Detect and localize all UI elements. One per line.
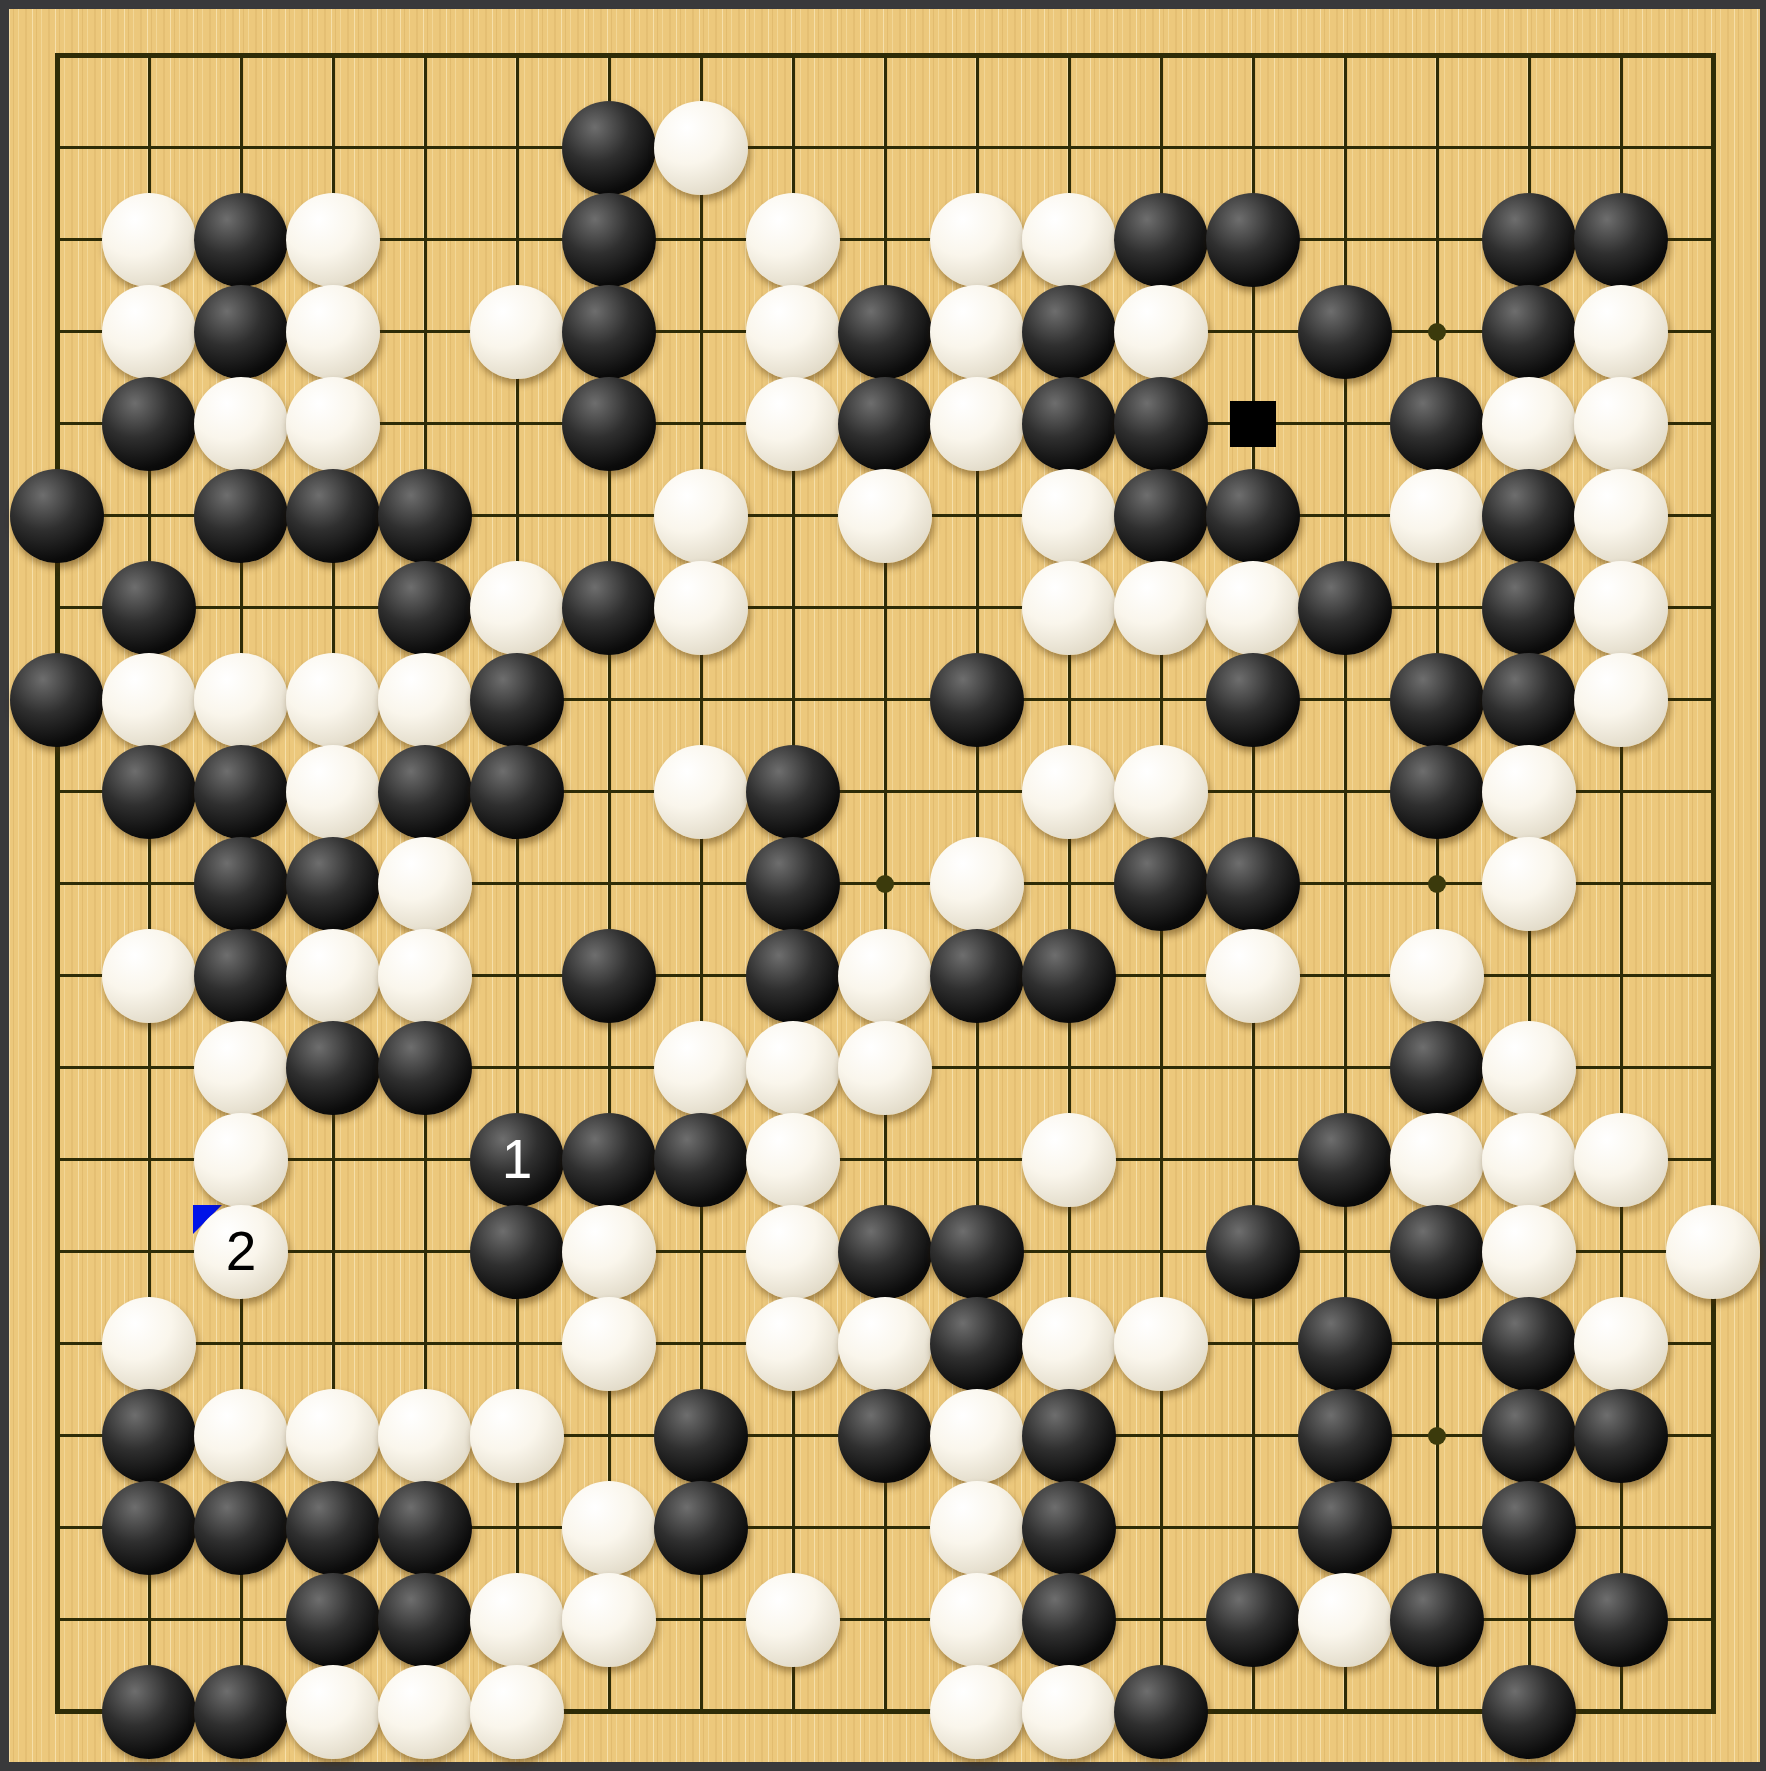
black-stone[interactable] (1298, 1113, 1392, 1207)
black-stone[interactable] (286, 1481, 380, 1575)
black-stone[interactable] (194, 929, 288, 1023)
white-stone[interactable] (562, 1297, 656, 1391)
black-stone[interactable] (1114, 377, 1208, 471)
white-stone[interactable] (286, 745, 380, 839)
stone-move-number: 2 (226, 1224, 257, 1279)
white-stone[interactable] (654, 745, 748, 839)
black-stone[interactable] (930, 653, 1024, 747)
black-stone[interactable] (1206, 837, 1300, 931)
white-stone[interactable] (286, 1665, 380, 1759)
white-stone[interactable] (654, 101, 748, 195)
white-stone[interactable] (194, 377, 288, 471)
white-stone[interactable] (470, 1665, 564, 1759)
white-stone[interactable] (1574, 377, 1668, 471)
black-stone[interactable] (470, 745, 564, 839)
black-stone[interactable] (1482, 193, 1576, 287)
black-stone[interactable] (1482, 285, 1576, 379)
white-stone[interactable] (746, 377, 840, 471)
black-stone[interactable] (194, 469, 288, 563)
white-stone[interactable] (1022, 1113, 1116, 1207)
black-stone[interactable] (930, 929, 1024, 1023)
white-stone[interactable] (1022, 469, 1116, 563)
white-stone[interactable] (746, 1297, 840, 1391)
black-stone[interactable] (654, 1481, 748, 1575)
black-stone[interactable] (746, 929, 840, 1023)
black-stone[interactable] (1574, 1573, 1668, 1667)
white-stone[interactable] (654, 1021, 748, 1115)
black-stone[interactable] (1022, 1389, 1116, 1483)
black-stone[interactable]: 1 (470, 1113, 564, 1207)
white-stone[interactable] (1482, 745, 1576, 839)
star-point (1428, 323, 1446, 341)
black-stone[interactable] (746, 745, 840, 839)
black-stone[interactable] (1390, 1205, 1484, 1299)
black-stone[interactable] (930, 1205, 1024, 1299)
black-stone[interactable] (470, 1205, 564, 1299)
white-stone[interactable] (1482, 837, 1576, 931)
black-stone[interactable] (10, 653, 104, 747)
white-stone[interactable] (930, 1573, 1024, 1667)
white-stone[interactable] (562, 1205, 656, 1299)
black-stone[interactable] (378, 1573, 472, 1667)
white-stone[interactable] (1574, 285, 1668, 379)
black-stone[interactable] (286, 837, 380, 931)
white-stone[interactable] (286, 285, 380, 379)
square-point-marker (1230, 401, 1276, 447)
black-stone[interactable] (102, 745, 196, 839)
white-stone[interactable] (1206, 561, 1300, 655)
white-stone[interactable] (378, 1389, 472, 1483)
black-stone[interactable] (1390, 653, 1484, 747)
white-stone[interactable] (746, 193, 840, 287)
black-stone[interactable] (1574, 1389, 1668, 1483)
black-stone[interactable] (1298, 285, 1392, 379)
white-stone[interactable] (1390, 469, 1484, 563)
black-stone[interactable] (562, 101, 656, 195)
black-stone[interactable] (286, 469, 380, 563)
black-stone[interactable] (1390, 377, 1484, 471)
black-stone[interactable] (194, 285, 288, 379)
black-stone[interactable] (286, 1021, 380, 1115)
white-stone[interactable] (838, 1297, 932, 1391)
black-stone[interactable] (102, 1665, 196, 1759)
white-stone[interactable] (1114, 1297, 1208, 1391)
black-stone[interactable] (1298, 1297, 1392, 1391)
black-stone[interactable] (562, 193, 656, 287)
white-stone[interactable] (286, 1389, 380, 1483)
black-stone[interactable] (1390, 1573, 1484, 1667)
white-stone[interactable] (1574, 561, 1668, 655)
white-stone[interactable] (1574, 469, 1668, 563)
white-stone[interactable] (1114, 745, 1208, 839)
white-stone[interactable] (286, 653, 380, 747)
white-stone[interactable] (1022, 745, 1116, 839)
white-stone[interactable]: 2 (194, 1205, 288, 1299)
white-stone[interactable] (1574, 653, 1668, 747)
white-stone[interactable] (1482, 1113, 1576, 1207)
black-stone[interactable] (194, 745, 288, 839)
white-stone[interactable] (102, 193, 196, 287)
white-stone[interactable] (194, 1389, 288, 1483)
white-stone[interactable] (286, 929, 380, 1023)
black-stone[interactable] (1482, 1665, 1576, 1759)
white-stone[interactable] (838, 1021, 932, 1115)
white-stone[interactable] (470, 1573, 564, 1667)
black-stone[interactable] (194, 1665, 288, 1759)
white-stone[interactable] (930, 193, 1024, 287)
white-stone[interactable] (562, 1481, 656, 1575)
white-stone[interactable] (102, 653, 196, 747)
white-stone[interactable] (102, 285, 196, 379)
white-stone[interactable] (654, 561, 748, 655)
white-stone[interactable] (838, 469, 932, 563)
black-stone[interactable] (1482, 1389, 1576, 1483)
white-stone[interactable] (930, 1481, 1024, 1575)
white-stone[interactable] (378, 1665, 472, 1759)
black-stone[interactable] (102, 1389, 196, 1483)
white-stone[interactable] (838, 929, 932, 1023)
black-stone[interactable] (1206, 653, 1300, 747)
black-stone[interactable] (562, 1113, 656, 1207)
stone-move-number: 1 (502, 1132, 533, 1187)
black-stone[interactable] (1022, 1481, 1116, 1575)
black-stone[interactable] (838, 285, 932, 379)
white-stone[interactable] (378, 837, 472, 931)
white-stone[interactable] (1298, 1573, 1392, 1667)
black-stone[interactable] (654, 1113, 748, 1207)
white-stone[interactable] (1574, 1297, 1668, 1391)
black-stone[interactable] (1206, 469, 1300, 563)
black-stone[interactable] (562, 377, 656, 471)
white-stone[interactable] (1390, 1113, 1484, 1207)
black-stone[interactable] (654, 1389, 748, 1483)
white-stone[interactable] (930, 837, 1024, 931)
white-stone[interactable] (194, 653, 288, 747)
white-stone[interactable] (194, 1113, 288, 1207)
white-stone[interactable] (470, 285, 564, 379)
black-stone[interactable] (1482, 469, 1576, 563)
black-stone[interactable] (1022, 1573, 1116, 1667)
white-stone[interactable] (746, 1021, 840, 1115)
white-stone[interactable] (1482, 377, 1576, 471)
black-stone[interactable] (930, 1297, 1024, 1391)
white-stone[interactable] (746, 1573, 840, 1667)
black-stone[interactable] (838, 1389, 932, 1483)
white-stone[interactable] (1666, 1205, 1760, 1299)
black-stone[interactable] (470, 653, 564, 747)
black-stone[interactable] (1114, 837, 1208, 931)
black-stone[interactable] (1390, 745, 1484, 839)
black-stone[interactable] (1114, 469, 1208, 563)
black-stone[interactable] (102, 561, 196, 655)
white-stone[interactable] (1022, 1297, 1116, 1391)
white-stone[interactable] (746, 1113, 840, 1207)
black-stone[interactable] (1298, 561, 1392, 655)
black-stone[interactable] (838, 377, 932, 471)
white-stone[interactable] (1022, 561, 1116, 655)
black-stone[interactable] (1114, 193, 1208, 287)
black-stone[interactable] (378, 469, 472, 563)
black-stone[interactable] (1206, 1205, 1300, 1299)
black-stone[interactable] (378, 1021, 472, 1115)
white-stone[interactable] (654, 469, 748, 563)
black-stone[interactable] (562, 561, 656, 655)
black-stone[interactable] (1482, 561, 1576, 655)
black-stone[interactable] (1390, 1021, 1484, 1115)
black-stone[interactable] (1482, 1297, 1576, 1391)
black-stone[interactable] (1482, 1481, 1576, 1575)
white-stone[interactable] (930, 1389, 1024, 1483)
white-stone[interactable] (1482, 1021, 1576, 1115)
white-stone[interactable] (470, 561, 564, 655)
black-stone[interactable] (1206, 1573, 1300, 1667)
white-stone[interactable] (1022, 1665, 1116, 1759)
white-stone[interactable] (1390, 929, 1484, 1023)
black-stone[interactable] (286, 1573, 380, 1667)
white-stone[interactable] (562, 1573, 656, 1667)
black-stone[interactable] (378, 561, 472, 655)
black-stone[interactable] (562, 929, 656, 1023)
black-stone[interactable] (1298, 1389, 1392, 1483)
white-stone[interactable] (470, 1389, 564, 1483)
black-stone[interactable] (1298, 1481, 1392, 1575)
white-stone[interactable] (746, 285, 840, 379)
white-stone[interactable] (746, 1205, 840, 1299)
white-stone[interactable] (286, 377, 380, 471)
star-point (876, 875, 894, 893)
black-stone[interactable] (378, 1481, 472, 1575)
black-stone[interactable] (102, 1481, 196, 1575)
black-stone[interactable] (562, 285, 656, 379)
star-point (1428, 875, 1446, 893)
white-stone[interactable] (1206, 929, 1300, 1023)
white-stone[interactable] (1114, 561, 1208, 655)
white-stone[interactable] (1022, 193, 1116, 287)
white-stone[interactable] (194, 1021, 288, 1115)
white-stone[interactable] (102, 1297, 196, 1391)
black-stone[interactable] (1022, 377, 1116, 471)
black-stone[interactable] (838, 1205, 932, 1299)
white-stone[interactable] (930, 377, 1024, 471)
black-stone[interactable] (1022, 285, 1116, 379)
white-stone[interactable] (930, 285, 1024, 379)
black-stone[interactable] (102, 377, 196, 471)
black-stone[interactable] (194, 193, 288, 287)
white-stone[interactable] (378, 929, 472, 1023)
black-stone[interactable] (1206, 193, 1300, 287)
black-stone[interactable] (1022, 929, 1116, 1023)
black-stone[interactable] (194, 1481, 288, 1575)
white-stone[interactable] (1482, 1205, 1576, 1299)
white-stone[interactable] (930, 1665, 1024, 1759)
white-stone[interactable] (1574, 1113, 1668, 1207)
white-stone[interactable] (378, 653, 472, 747)
black-stone[interactable] (378, 745, 472, 839)
black-stone[interactable] (746, 837, 840, 931)
black-stone[interactable] (1114, 1665, 1208, 1759)
black-stone[interactable] (194, 837, 288, 931)
black-stone[interactable] (1574, 193, 1668, 287)
star-point (1428, 1427, 1446, 1445)
black-stone[interactable] (1482, 653, 1576, 747)
white-stone[interactable] (286, 193, 380, 287)
black-stone[interactable] (10, 469, 104, 563)
white-stone[interactable] (102, 929, 196, 1023)
go-app-window: 12 (0, 0, 1766, 1771)
white-stone[interactable] (1114, 285, 1208, 379)
